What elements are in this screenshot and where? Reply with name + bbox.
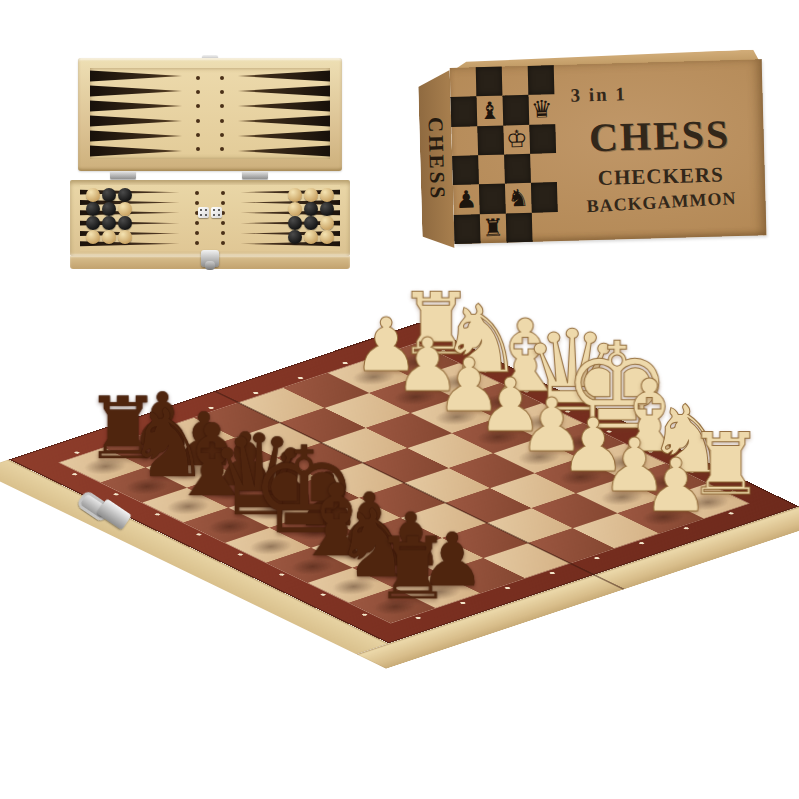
piece-shadow xyxy=(385,385,446,409)
board-square xyxy=(363,448,449,483)
board-square xyxy=(318,463,404,498)
box-side-title: CHESS xyxy=(422,114,450,205)
hinge-icon xyxy=(110,171,136,179)
dark-pawn: ♟ xyxy=(129,382,190,456)
box-pattern-square: ♔ xyxy=(503,125,530,155)
backgammon-lid-points-right xyxy=(234,68,330,159)
box-pattern-square xyxy=(476,67,503,97)
board-square xyxy=(321,428,407,463)
light-pawn: ♟ xyxy=(394,328,455,402)
board-square: ♟ xyxy=(493,438,579,473)
board-square: ♟ xyxy=(369,378,455,413)
piece-shadow xyxy=(116,474,177,498)
light-knight: ♞ xyxy=(439,293,500,387)
light-king: ♚ xyxy=(563,327,624,447)
knight-print-icon: ♞ xyxy=(507,186,529,211)
light-bishop: ♝ xyxy=(481,307,542,407)
light-queen: ♛ xyxy=(522,315,583,427)
board-square xyxy=(277,443,363,478)
board-square xyxy=(449,453,535,488)
chessboard-3d: ♜♟♟♜♞♟♟♞♝♟♟♝♛♟♟♛♚♟♟♚♝♟♟♝♞♟♟♞♜♟♟♜ xyxy=(110,189,699,778)
wood-checker xyxy=(118,230,132,244)
piece-shadow xyxy=(471,390,532,414)
black-checker xyxy=(102,188,116,202)
box-pattern-square xyxy=(477,125,504,155)
wood-checker xyxy=(86,230,100,244)
board-square: ♝ xyxy=(580,443,666,478)
piece-shadow xyxy=(388,350,449,374)
piece-shadow xyxy=(509,445,570,469)
board-square xyxy=(280,408,366,443)
black-checker xyxy=(86,202,100,216)
light-pawn: ♟ xyxy=(436,348,497,422)
hinge-icon xyxy=(242,171,268,179)
box-pattern-square: ♝ xyxy=(476,96,503,126)
board-square: ♛ xyxy=(497,403,583,438)
light-pawn: ♟ xyxy=(353,308,414,382)
backgammon-lid-points-left xyxy=(90,68,186,159)
bishop-print-icon: ♝ xyxy=(479,99,501,124)
board-square xyxy=(325,393,411,428)
dark-pawn: ♟ xyxy=(171,402,232,476)
wood-checker xyxy=(102,230,116,244)
box-badge: 3 in 1 xyxy=(570,83,627,107)
board-square xyxy=(149,418,235,453)
board-square: ♟ xyxy=(535,458,621,493)
piece-shadow xyxy=(426,405,487,429)
board-square: ♜ xyxy=(373,343,459,378)
piece-shadow xyxy=(550,465,611,489)
point-tip-dots xyxy=(210,68,234,159)
box-pattern-square xyxy=(451,97,478,127)
black-checker xyxy=(86,216,100,230)
piece-shadow xyxy=(467,425,528,449)
black-checker xyxy=(118,188,132,202)
board-square xyxy=(235,423,321,458)
board-square: ♟ xyxy=(452,418,538,453)
board-square xyxy=(238,388,324,423)
box-title: CHESS xyxy=(555,109,764,162)
piece-shadow xyxy=(343,365,404,389)
king-print-icon: ♔ xyxy=(506,127,528,152)
board-square: ♝ xyxy=(455,383,541,418)
backgammon-lid-interior xyxy=(90,68,330,159)
board-square xyxy=(194,403,280,438)
board-square xyxy=(366,413,452,448)
chessboard-surface: ♜♟♟♜♞♟♟♞♝♟♟♝♛♟♟♛♚♟♟♚♝♟♟♝♞♟♟♞♜♟♟♜ xyxy=(9,323,799,644)
queen-print-icon: ♛ xyxy=(531,97,553,122)
light-pawn: ♟ xyxy=(519,388,580,462)
box-pattern-square xyxy=(528,65,555,95)
lid-center-strip xyxy=(186,68,234,159)
wood-checker xyxy=(118,202,132,216)
board-square: ♚ xyxy=(538,423,624,458)
black-checker xyxy=(102,216,116,230)
box-pattern-square xyxy=(451,126,478,156)
light-pawn: ♟ xyxy=(477,368,538,442)
backgammon-lid xyxy=(78,58,342,171)
light-bishop: ♝ xyxy=(605,367,666,467)
frame-nail-dots xyxy=(420,340,758,503)
board-square: ♟ xyxy=(411,398,497,433)
board-square: ♝ xyxy=(266,548,352,583)
piece-shadow xyxy=(553,430,614,454)
board-square xyxy=(407,433,493,468)
piece-shadow xyxy=(429,370,490,394)
box-pattern-square: ♛ xyxy=(528,94,555,124)
piece-shadow xyxy=(512,410,573,434)
board-square: ♞ xyxy=(414,363,500,398)
frame-nail-dots xyxy=(51,339,415,461)
box-pattern-square xyxy=(452,155,479,185)
piece-shadow xyxy=(595,450,656,474)
box-pattern-square xyxy=(478,155,505,185)
light-pawn: ♟ xyxy=(560,408,621,482)
piece-shadow xyxy=(120,439,181,463)
board-square: ♟ xyxy=(328,358,414,393)
box-pattern-square xyxy=(450,67,477,97)
box-pattern-square xyxy=(529,124,556,154)
hinge-row xyxy=(78,171,342,180)
box-pattern-square xyxy=(530,153,557,183)
box-pattern-square xyxy=(504,154,531,184)
box-pattern-square xyxy=(502,95,529,125)
clasp-plate xyxy=(97,498,132,530)
box-pattern-square xyxy=(502,66,529,96)
light-pawn: ♟ xyxy=(601,428,662,502)
black-checker xyxy=(102,202,116,216)
light-rook: ♜ xyxy=(398,281,459,367)
board-square xyxy=(283,373,369,408)
board-square xyxy=(190,438,276,473)
point-tip-dots xyxy=(186,68,210,159)
box-pattern-square xyxy=(531,182,558,212)
wood-checker xyxy=(86,188,100,202)
black-checker xyxy=(118,216,132,230)
dark-pawn: ♟ xyxy=(212,422,273,496)
